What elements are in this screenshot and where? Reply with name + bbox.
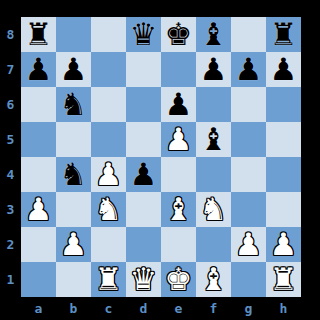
square-e2[interactable] <box>161 227 196 262</box>
piece-black-king: ♚ <box>165 19 193 50</box>
chess-board: ♜♛♚♝♜♟♟♟♟♟♞♟♟♝♞♟♟♟♞♝♞♟♟♟♜♛♚♝♜ <box>21 17 301 297</box>
piece-black-rook: ♜ <box>270 19 298 50</box>
square-h2[interactable]: ♟ <box>266 227 301 262</box>
square-g5[interactable] <box>231 122 266 157</box>
piece-white-pawn: ♟ <box>270 229 298 260</box>
square-b6[interactable]: ♞ <box>56 87 91 122</box>
piece-white-rook: ♜ <box>95 264 123 295</box>
square-g7[interactable]: ♟ <box>231 52 266 87</box>
piece-black-bishop: ♝ <box>200 19 228 50</box>
piece-white-rook: ♜ <box>270 264 298 295</box>
square-h7[interactable]: ♟ <box>266 52 301 87</box>
rank-label-1: 1 <box>0 262 21 297</box>
piece-black-knight: ♞ <box>60 89 88 120</box>
square-h5[interactable] <box>266 122 301 157</box>
file-label-a: a <box>21 297 56 320</box>
square-f4[interactable] <box>196 157 231 192</box>
square-d8[interactable]: ♛ <box>126 17 161 52</box>
piece-black-queen: ♛ <box>130 19 158 50</box>
piece-black-pawn: ♟ <box>60 54 88 85</box>
square-b2[interactable]: ♟ <box>56 227 91 262</box>
square-f6[interactable] <box>196 87 231 122</box>
square-d7[interactable] <box>126 52 161 87</box>
piece-black-knight: ♞ <box>60 159 88 190</box>
square-g6[interactable] <box>231 87 266 122</box>
square-d1[interactable]: ♛ <box>126 262 161 297</box>
rank-label-6: 6 <box>0 87 21 122</box>
square-c8[interactable] <box>91 17 126 52</box>
square-h4[interactable] <box>266 157 301 192</box>
square-e3[interactable]: ♝ <box>161 192 196 227</box>
square-e1[interactable]: ♚ <box>161 262 196 297</box>
square-h1[interactable]: ♜ <box>266 262 301 297</box>
piece-white-knight: ♞ <box>95 194 123 225</box>
file-label-c: c <box>91 297 126 320</box>
square-g8[interactable] <box>231 17 266 52</box>
rank-label-4: 4 <box>0 157 21 192</box>
square-b7[interactable]: ♟ <box>56 52 91 87</box>
square-g3[interactable] <box>231 192 266 227</box>
square-d5[interactable] <box>126 122 161 157</box>
piece-white-pawn: ♟ <box>25 194 53 225</box>
square-a3[interactable]: ♟ <box>21 192 56 227</box>
file-label-b: b <box>56 297 91 320</box>
piece-black-pawn: ♟ <box>25 54 53 85</box>
piece-white-pawn: ♟ <box>60 229 88 260</box>
square-h6[interactable] <box>266 87 301 122</box>
square-c7[interactable] <box>91 52 126 87</box>
file-label-e: e <box>161 297 196 320</box>
square-g2[interactable]: ♟ <box>231 227 266 262</box>
square-c3[interactable]: ♞ <box>91 192 126 227</box>
square-a5[interactable] <box>21 122 56 157</box>
square-f5[interactable]: ♝ <box>196 122 231 157</box>
square-g4[interactable] <box>231 157 266 192</box>
square-c1[interactable]: ♜ <box>91 262 126 297</box>
piece-black-pawn: ♟ <box>130 159 158 190</box>
square-e5[interactable]: ♟ <box>161 122 196 157</box>
square-f1[interactable]: ♝ <box>196 262 231 297</box>
piece-white-pawn: ♟ <box>165 124 193 155</box>
square-b4[interactable]: ♞ <box>56 157 91 192</box>
piece-white-knight: ♞ <box>200 194 228 225</box>
square-e6[interactable]: ♟ <box>161 87 196 122</box>
square-b3[interactable] <box>56 192 91 227</box>
square-f2[interactable] <box>196 227 231 262</box>
square-e8[interactable]: ♚ <box>161 17 196 52</box>
piece-white-bishop: ♝ <box>200 264 228 295</box>
square-d2[interactable] <box>126 227 161 262</box>
square-a1[interactable] <box>21 262 56 297</box>
piece-white-pawn: ♟ <box>95 159 123 190</box>
piece-black-pawn: ♟ <box>200 54 228 85</box>
square-c2[interactable] <box>91 227 126 262</box>
square-e4[interactable] <box>161 157 196 192</box>
file-label-h: h <box>266 297 301 320</box>
file-label-d: d <box>126 297 161 320</box>
square-f7[interactable]: ♟ <box>196 52 231 87</box>
square-a8[interactable]: ♜ <box>21 17 56 52</box>
rank-label-2: 2 <box>0 227 21 262</box>
square-c5[interactable] <box>91 122 126 157</box>
piece-white-queen: ♛ <box>130 264 158 295</box>
piece-black-pawn: ♟ <box>235 54 263 85</box>
square-b8[interactable] <box>56 17 91 52</box>
square-a4[interactable] <box>21 157 56 192</box>
rank-label-7: 7 <box>0 52 21 87</box>
piece-white-pawn: ♟ <box>235 229 263 260</box>
square-d6[interactable] <box>126 87 161 122</box>
square-f3[interactable]: ♞ <box>196 192 231 227</box>
rank-label-3: 3 <box>0 192 21 227</box>
piece-black-pawn: ♟ <box>270 54 298 85</box>
chess-app-window: ♜♛♚♝♜♟♟♟♟♟♞♟♟♝♞♟♟♟♞♝♞♟♟♟♜♛♚♝♜ 87654321 a… <box>0 0 320 320</box>
square-a6[interactable] <box>21 87 56 122</box>
piece-black-rook: ♜ <box>25 19 53 50</box>
file-label-g: g <box>231 297 266 320</box>
square-d4[interactable]: ♟ <box>126 157 161 192</box>
square-b5[interactable] <box>56 122 91 157</box>
square-d3[interactable] <box>126 192 161 227</box>
piece-black-bishop: ♝ <box>200 124 228 155</box>
square-c4[interactable]: ♟ <box>91 157 126 192</box>
rank-label-5: 5 <box>0 122 21 157</box>
piece-white-bishop: ♝ <box>165 194 193 225</box>
square-a2[interactable] <box>21 227 56 262</box>
square-h8[interactable]: ♜ <box>266 17 301 52</box>
rank-label-8: 8 <box>0 17 21 52</box>
square-f8[interactable]: ♝ <box>196 17 231 52</box>
piece-white-king: ♚ <box>165 264 193 295</box>
piece-black-pawn: ♟ <box>165 89 193 120</box>
square-e7[interactable] <box>161 52 196 87</box>
square-g1[interactable] <box>231 262 266 297</box>
square-h3[interactable] <box>266 192 301 227</box>
square-a7[interactable]: ♟ <box>21 52 56 87</box>
file-label-f: f <box>196 297 231 320</box>
square-c6[interactable] <box>91 87 126 122</box>
square-b1[interactable] <box>56 262 91 297</box>
